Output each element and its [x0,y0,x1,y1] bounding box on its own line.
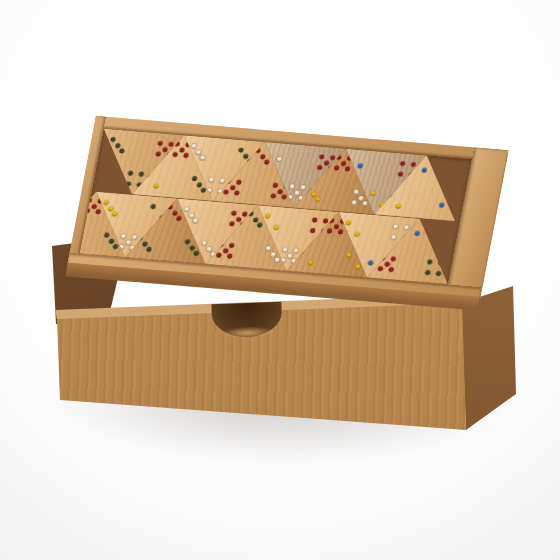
pip-dot [200,155,206,160]
pip-dot [340,160,346,165]
pip-dot [315,197,321,202]
pip-dot [272,183,278,188]
pip-dot [196,182,202,187]
pip-dot [346,253,352,258]
pip-dot [281,194,287,199]
pip-dot [362,201,368,206]
pip-dot [327,228,333,233]
pip-dot [243,153,249,158]
finger-notch-cutout[interactable] [211,302,282,338]
pip-dot [310,191,316,196]
pip-dot [219,178,225,183]
pip-cluster-green-3 [108,137,128,155]
pip-dot [317,165,323,170]
pip-dot [273,225,279,230]
pip-dot [184,207,190,212]
pip-dot [216,253,222,258]
pip-dot [391,235,397,240]
pip-dot [345,166,351,171]
pip-dot [230,185,236,190]
pip-dot [353,189,359,194]
pip-dot [242,212,248,217]
pip-dot [264,159,270,164]
pip-dot [112,212,118,217]
pip-dot [367,260,373,265]
pip-dot [334,165,340,170]
product-photo-scene [0,0,560,560]
pip-dot [270,252,276,257]
pip-dot [276,156,282,161]
pip-dot [235,216,241,221]
pip-dot [421,167,427,172]
pip-dot [138,172,144,177]
pip-dot [189,245,195,250]
pip-dot [252,217,258,222]
pip-dot [185,239,191,244]
pip-dot [310,228,316,233]
pip-dot [370,191,376,196]
pip-dot [155,151,161,156]
pip-dot [104,232,110,237]
pip-dot [388,267,394,272]
pip-dot [113,244,119,249]
pip-dot [411,162,417,167]
pip-dot [150,204,156,209]
pip-dot [354,232,360,237]
pip-dot [323,160,329,165]
pip-dot [121,234,127,239]
pip-dot [265,246,271,251]
pip-dot [425,270,431,275]
pip-dot [257,223,263,228]
pip-cluster-blue-1 [432,196,452,214]
pip-dot [403,225,409,230]
pip-dot [114,143,120,148]
pip-dot [206,246,212,251]
pip-dot [107,206,113,211]
pip-dot [300,185,306,190]
pip-dot [400,161,406,166]
pip-dot [179,147,185,152]
pip-dot [153,184,159,189]
pip-dot [162,147,168,152]
pip-dot [234,190,240,195]
pip-dot [384,261,390,266]
pip-dot [201,241,207,246]
pip-dot [427,259,433,264]
pip-dot [223,189,229,194]
pip-dot [125,240,131,245]
pip-dot [193,218,199,223]
pip-dot [157,141,163,146]
pip-dot [293,248,299,253]
pip-dot [357,163,363,168]
pip-dot [438,260,444,265]
pip-dot [108,238,114,243]
pip-dot [200,188,206,193]
pip-dot [238,148,244,153]
pip-dot [195,149,201,154]
pip-dot [393,224,399,229]
pip-dot [294,190,300,195]
pip-dot [398,172,404,177]
pip-dot [355,264,361,269]
pip-dot [95,209,101,214]
pip-dot [126,181,132,186]
pip-dot [286,253,292,258]
pip-dot [259,154,265,159]
pip-dot [395,204,401,209]
pip-dot [351,200,357,205]
pip-dot [345,220,351,225]
pip-dot [229,221,235,226]
pip-dot [192,176,198,181]
pip-dot [274,257,280,262]
box-lid-tile-tray[interactable] [65,116,507,310]
pip-dot [378,266,384,271]
pip-dot [191,144,197,149]
pip-dot [330,155,336,160]
pip-dot [282,247,288,252]
pip-dot [436,271,442,276]
pip-dot [265,213,271,218]
pip-dot [176,216,182,221]
pip-dot [236,180,242,185]
pip-dot [333,224,339,229]
pip-dot [142,241,148,246]
pip-dot [103,200,109,205]
pip-dot [319,154,325,159]
pip-dot [358,195,364,200]
pip-dot [172,210,178,215]
pip-dot [231,211,237,216]
pip-dot [110,137,116,142]
pip-dot [188,212,194,217]
pip-dot [128,171,134,176]
pip-dot [227,253,233,258]
pip-dot [183,153,189,158]
pip-dot [414,230,420,235]
pip-dot [131,235,137,240]
pip-dot [208,177,214,182]
pip-dot [91,203,97,208]
pip-dot [229,243,235,248]
pip-dot [193,251,199,256]
pip-dot [390,256,396,261]
pip-dot [323,218,329,223]
pip-dot [172,152,178,157]
pip-dot [438,202,444,207]
pip-dot [146,247,152,252]
pip-dot [168,142,174,147]
pip-dot [289,184,295,189]
pip-cluster-green-4 [425,259,445,277]
pip-dot [270,193,276,198]
pip-dot [338,229,344,234]
pip-dot [312,217,318,222]
pip-dot [222,248,228,253]
pip-dot [308,260,314,265]
pip-dot [277,188,283,193]
pip-dot [119,148,125,153]
